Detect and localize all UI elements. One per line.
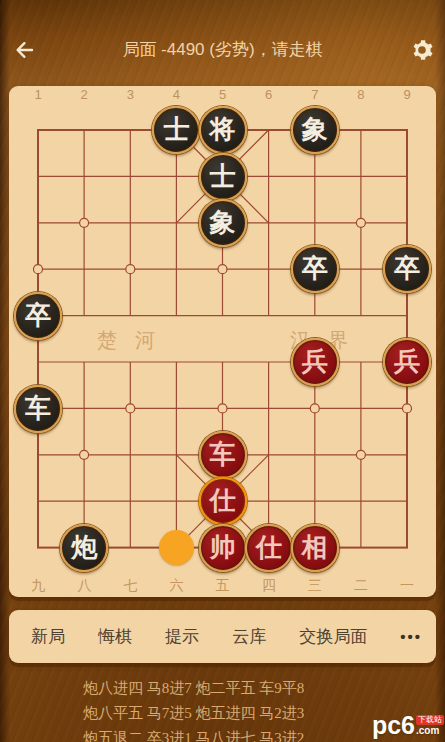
red-piece-兵[interactable]: 兵 [291, 338, 339, 386]
pc6-watermark: pc6 下载站 .com [372, 714, 444, 736]
file-label-bottom: 七 [107, 577, 153, 595]
black-piece-炮[interactable]: 炮 [60, 524, 108, 572]
bottom-toolbar: 新局 悔棋 提示 云库 交换局面 ••• [9, 610, 436, 663]
file-label-top: 4 [153, 87, 199, 102]
cloud-library-button[interactable]: 云库 [232, 625, 266, 648]
last-move-origin-marker [159, 530, 194, 565]
undo-move-button[interactable]: 悔棋 [98, 625, 132, 648]
move-line: 炮八进四 马8进7 炮二平五 车9平8 [0, 676, 387, 701]
file-label-top: 8 [338, 87, 384, 102]
move-line: 炮五退二 卒3进1 马八进七 马3进2 [0, 726, 387, 742]
file-label-top: 2 [61, 87, 107, 102]
file-label-bottom: 一 [384, 577, 430, 595]
top-coordinates: 123456789 [15, 87, 430, 102]
black-piece-卒[interactable]: 卒 [383, 245, 431, 293]
red-piece-帅[interactable]: 帅 [199, 524, 247, 572]
black-piece-卒[interactable]: 卒 [14, 292, 62, 340]
file-label-top: 1 [15, 87, 61, 102]
file-label-top: 5 [200, 87, 246, 102]
red-piece-相[interactable]: 相 [291, 524, 339, 572]
file-label-top: 9 [384, 87, 430, 102]
file-label-bottom: 九 [15, 577, 61, 595]
watermark-badge: 下载站 [416, 715, 444, 725]
file-label-bottom: 三 [292, 577, 338, 595]
pieces-layer: 士将象士象卒卒卒兵兵车车仕炮帅仕相 [15, 107, 430, 571]
file-label-top: 6 [246, 87, 292, 102]
black-piece-象[interactable]: 象 [291, 106, 339, 154]
file-label-bottom: 二 [338, 577, 384, 595]
black-piece-士[interactable]: 士 [199, 153, 247, 201]
red-piece-仕[interactable]: 仕 [245, 524, 293, 572]
page-title: 局面 -4490 (劣势)，请走棋 [0, 28, 445, 72]
new-game-button[interactable]: 新局 [31, 625, 65, 648]
more-options-button[interactable]: ••• [400, 628, 422, 645]
settings-button[interactable] [410, 38, 434, 62]
black-piece-将[interactable]: 将 [199, 106, 247, 154]
file-label-bottom: 六 [153, 577, 199, 595]
gear-icon [410, 38, 434, 62]
file-label-top: 3 [107, 87, 153, 102]
file-label-top: 7 [292, 87, 338, 102]
watermark-main: pc6 [372, 714, 415, 736]
file-label-bottom: 五 [200, 577, 246, 595]
file-label-bottom: 四 [246, 577, 292, 595]
black-piece-卒[interactable]: 卒 [291, 245, 339, 293]
xiangqi-board[interactable]: 123456789 九八七六五四三二一 楚河 汉界 士将象士象卒卒卒兵兵车车仕炮… [9, 86, 436, 597]
watermark-suffix: .com [416, 726, 439, 736]
black-piece-车[interactable]: 车 [14, 385, 62, 433]
red-piece-仕[interactable]: 仕 [199, 477, 247, 525]
bottom-coordinates: 九八七六五四三二一 [15, 577, 430, 595]
move-list: 炮八进四 马8进7 炮二平五 车9平8 炮八平五 马7进5 炮五进四 马2进3 … [0, 676, 387, 742]
title-bar: 局面 -4490 (劣势)，请走棋 [0, 28, 445, 72]
black-piece-士[interactable]: 士 [152, 106, 200, 154]
file-label-bottom: 八 [61, 577, 107, 595]
move-line: 炮八平五 马7进5 炮五进四 马2进3 [0, 701, 387, 726]
red-piece-车[interactable]: 车 [199, 431, 247, 479]
red-piece-兵[interactable]: 兵 [383, 338, 431, 386]
black-piece-象[interactable]: 象 [199, 199, 247, 247]
swap-position-button[interactable]: 交换局面 [299, 625, 367, 648]
hint-button[interactable]: 提示 [165, 625, 199, 648]
